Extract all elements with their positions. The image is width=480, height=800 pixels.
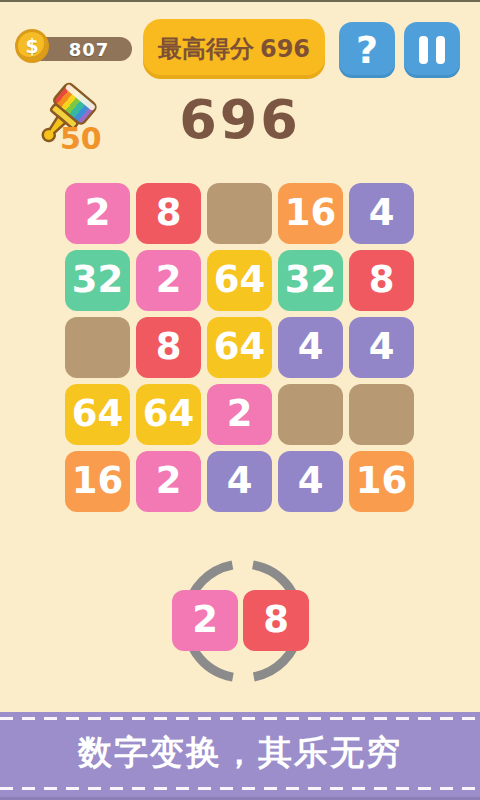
board-empty-cell[interactable] [65, 317, 130, 378]
board-tile-2[interactable]: 2 [65, 183, 130, 244]
board-empty-cell[interactable] [349, 384, 414, 445]
top-divider [0, 0, 480, 2]
board-tile-2[interactable]: 2 [136, 451, 201, 512]
dashed-line-bottom [0, 787, 480, 790]
board-grid: 281643226432886444646421624416 [65, 183, 414, 512]
footer-banner: 数字变换，其乐无穷 [0, 712, 480, 800]
best-score-value: 696 [260, 35, 310, 63]
game-screen: 807 $ 最高得分 696 ? [0, 0, 480, 800]
board-tile-4[interactable]: 4 [207, 451, 272, 512]
best-score-label: 最高得分 [158, 33, 254, 65]
board-tile-8[interactable]: 8 [136, 183, 201, 244]
footer-slogan: 数字变换，其乐无穷 [0, 712, 480, 794]
board-tile-16[interactable]: 16 [65, 451, 130, 512]
question-mark-icon: ? [356, 31, 378, 69]
dollar-symbol: $ [25, 37, 38, 56]
pause-button[interactable] [404, 22, 460, 78]
board-tile-64[interactable]: 64 [136, 384, 201, 445]
board-tile-32[interactable]: 32 [278, 250, 343, 311]
board-tile-64[interactable]: 64 [65, 384, 130, 445]
next-tiles[interactable]: 28 [172, 590, 309, 651]
coin-count: 807 [69, 39, 110, 60]
help-button[interactable]: ? [339, 22, 395, 78]
board-tile-64[interactable]: 64 [207, 250, 272, 311]
pause-icon [419, 36, 445, 64]
board-empty-cell[interactable] [278, 384, 343, 445]
board-empty-cell[interactable] [207, 183, 272, 244]
board-tile-16[interactable]: 16 [349, 451, 414, 512]
board-tile-4[interactable]: 4 [278, 451, 343, 512]
current-score: 696 [0, 88, 480, 151]
best-score-banner: 最高得分 696 [143, 19, 325, 79]
board-tile-4[interactable]: 4 [349, 183, 414, 244]
board-tile-64[interactable]: 64 [207, 317, 272, 378]
board-tile-2[interactable]: 2 [136, 250, 201, 311]
board-tile-4[interactable]: 4 [278, 317, 343, 378]
coin-icon: $ [15, 29, 49, 63]
next-tile-2[interactable]: 2 [172, 590, 238, 651]
board-tile-8[interactable]: 8 [136, 317, 201, 378]
board-tile-2[interactable]: 2 [207, 384, 272, 445]
board-tile-16[interactable]: 16 [278, 183, 343, 244]
board-tile-8[interactable]: 8 [349, 250, 414, 311]
board-tile-4[interactable]: 4 [349, 317, 414, 378]
board-tile-32[interactable]: 32 [65, 250, 130, 311]
next-tile-8[interactable]: 8 [243, 590, 309, 651]
